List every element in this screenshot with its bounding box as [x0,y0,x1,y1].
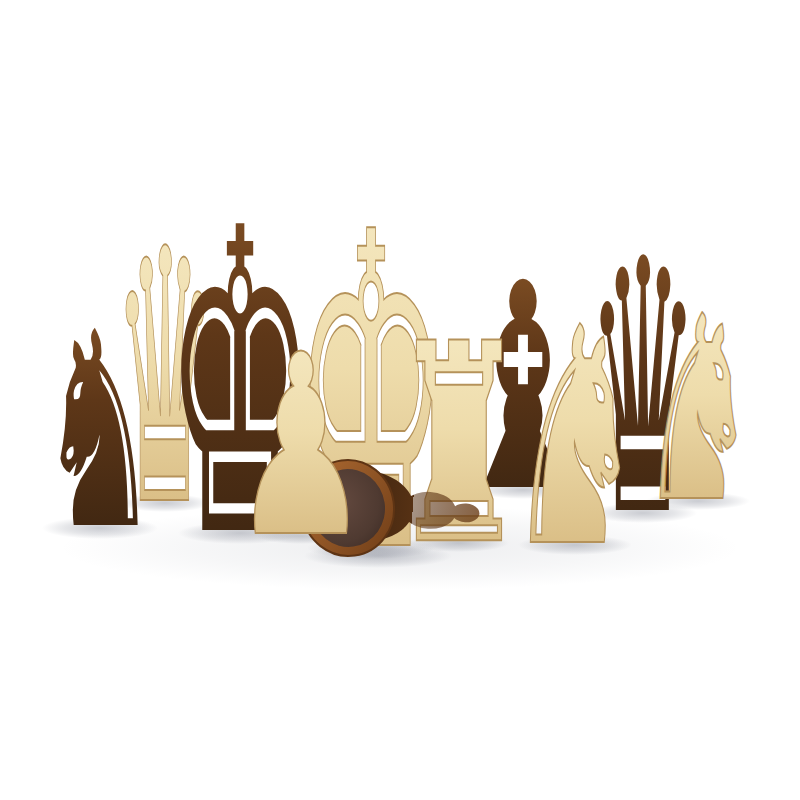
light-knight-piece-far-right-facing: ♞ [639,261,758,558]
chess-pieces-scene: ♛ ♝ ♛ ♚ ♚ ♞ ♜ ♞ ♞ ♟ ♟ [0,0,800,800]
product-photo-chess-pieces: ♛ ♝ ♛ ♚ ♚ ♞ ♜ ♞ ♞ ♟ ♟ [0,0,800,800]
light-knight-piece-right-facing: ♞ [505,263,645,612]
dark-knight-piece-left-facing: ♞ [38,275,159,589]
light-pawn-piece: ♟ [232,301,371,592]
